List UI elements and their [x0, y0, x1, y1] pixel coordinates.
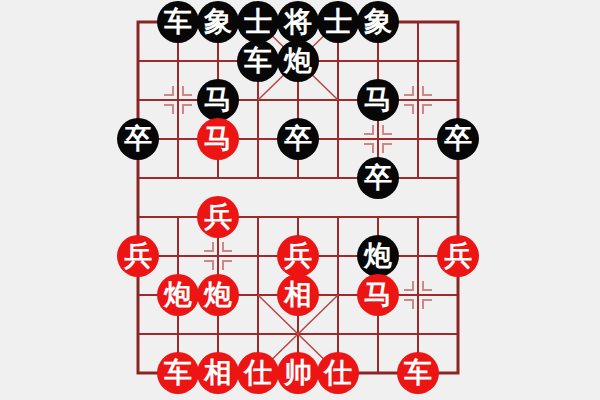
piece-red-cannon-c7[interactable]: 炮	[197, 274, 239, 316]
piece-black-soldier-e3[interactable]: 卒	[277, 118, 319, 160]
piece-red-cannon-b7[interactable]: 炮	[157, 274, 199, 316]
piece-black-rook-d1[interactable]: 车	[237, 40, 279, 82]
piece-red-horse-g7[interactable]: 马	[357, 274, 399, 316]
piece-black-elephant-c0[interactable]: 象	[197, 1, 239, 43]
piece-black-advisor-d0[interactable]: 士	[237, 1, 279, 43]
piece-red-advisor-f9[interactable]: 仕	[317, 352, 359, 394]
piece-red-advisor-d9[interactable]: 仕	[237, 352, 279, 394]
piece-red-soldier-e6[interactable]: 兵	[277, 235, 319, 277]
piece-red-general-e9[interactable]: 帅	[277, 352, 319, 394]
piece-black-elephant-g0[interactable]: 象	[357, 1, 399, 43]
piece-black-rook-b0[interactable]: 车	[157, 1, 199, 43]
xiangqi-board: 车象士将士象车炮马马卒卒卒卒炮马兵兵兵兵炮炮相马车相仕帅仕车	[0, 0, 600, 400]
piece-black-soldier-g4[interactable]: 卒	[357, 157, 399, 199]
piece-red-soldier-a6[interactable]: 兵	[117, 235, 159, 277]
piece-black-soldier-a3[interactable]: 卒	[117, 118, 159, 160]
piece-red-elephant-c9[interactable]: 相	[197, 352, 239, 394]
piece-red-horse-c3[interactable]: 马	[197, 118, 239, 160]
pieces-layer: 车象士将士象车炮马马卒卒卒卒炮马兵兵兵兵炮炮相马车相仕帅仕车	[118, 2, 478, 392]
piece-black-horse-c2[interactable]: 马	[197, 79, 239, 121]
piece-red-rook-h9[interactable]: 车	[397, 352, 439, 394]
piece-black-cannon-g6[interactable]: 炮	[357, 235, 399, 277]
piece-black-horse-g2[interactable]: 马	[357, 79, 399, 121]
piece-black-soldier-i3[interactable]: 卒	[437, 118, 479, 160]
piece-red-soldier-i6[interactable]: 兵	[437, 235, 479, 277]
piece-black-general-e0[interactable]: 将	[277, 1, 319, 43]
piece-black-cannon-e1[interactable]: 炮	[277, 40, 319, 82]
piece-red-soldier-c5[interactable]: 兵	[197, 196, 239, 238]
piece-red-elephant-e7[interactable]: 相	[277, 274, 319, 316]
piece-red-rook-b9[interactable]: 车	[157, 352, 199, 394]
piece-black-advisor-f0[interactable]: 士	[317, 1, 359, 43]
